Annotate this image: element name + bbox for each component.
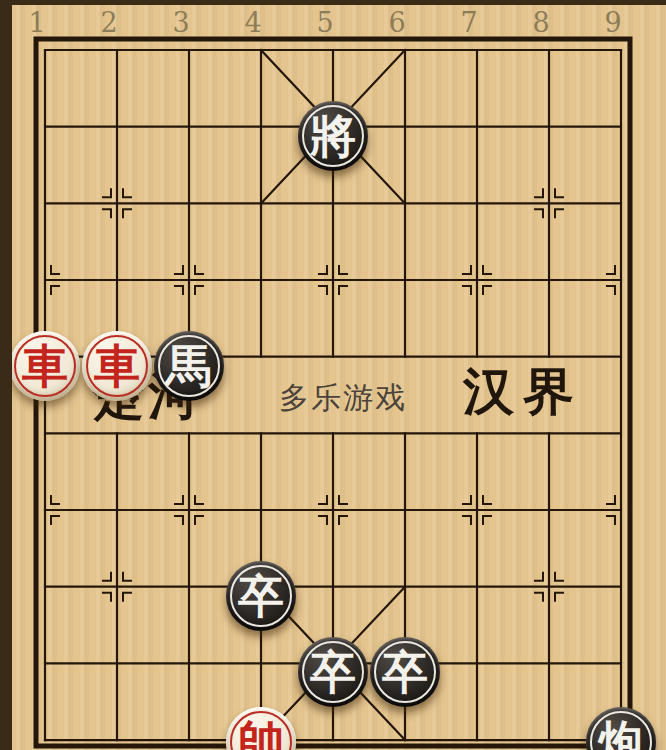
black-cannon[interactable]: 炮: [586, 707, 656, 750]
red-general[interactable]: 帥: [226, 707, 296, 750]
black-soldier-a[interactable]: 卒: [226, 561, 296, 631]
red-piece-glyph: 帥: [238, 719, 284, 750]
black-horse[interactable]: 馬: [154, 331, 224, 401]
top-edge-strip: [0, 0, 666, 5]
black-piece-glyph: 將: [310, 113, 356, 159]
xiangqi-app: 123456789 楚河 汉界 多乐游戏 將車車馬卒卒卒帥炮: [0, 0, 666, 750]
black-piece-glyph: 馬: [166, 343, 212, 389]
red-piece-glyph: 車: [94, 343, 140, 389]
xiangqi-board: 將車車馬卒卒卒帥炮: [9, 12, 657, 750]
black-piece-glyph: 卒: [310, 649, 356, 695]
black-soldier-b[interactable]: 卒: [298, 637, 368, 707]
black-piece-glyph: 卒: [238, 573, 284, 619]
red-chariot-b[interactable]: 車: [82, 331, 152, 401]
black-general[interactable]: 將: [298, 101, 368, 171]
red-chariot-a[interactable]: 車: [10, 331, 80, 401]
black-piece-glyph: 炮: [598, 719, 644, 750]
black-piece-glyph: 卒: [382, 649, 428, 695]
black-soldier-c[interactable]: 卒: [370, 637, 440, 707]
red-piece-glyph: 車: [22, 343, 68, 389]
left-edge-strip: [0, 0, 12, 750]
